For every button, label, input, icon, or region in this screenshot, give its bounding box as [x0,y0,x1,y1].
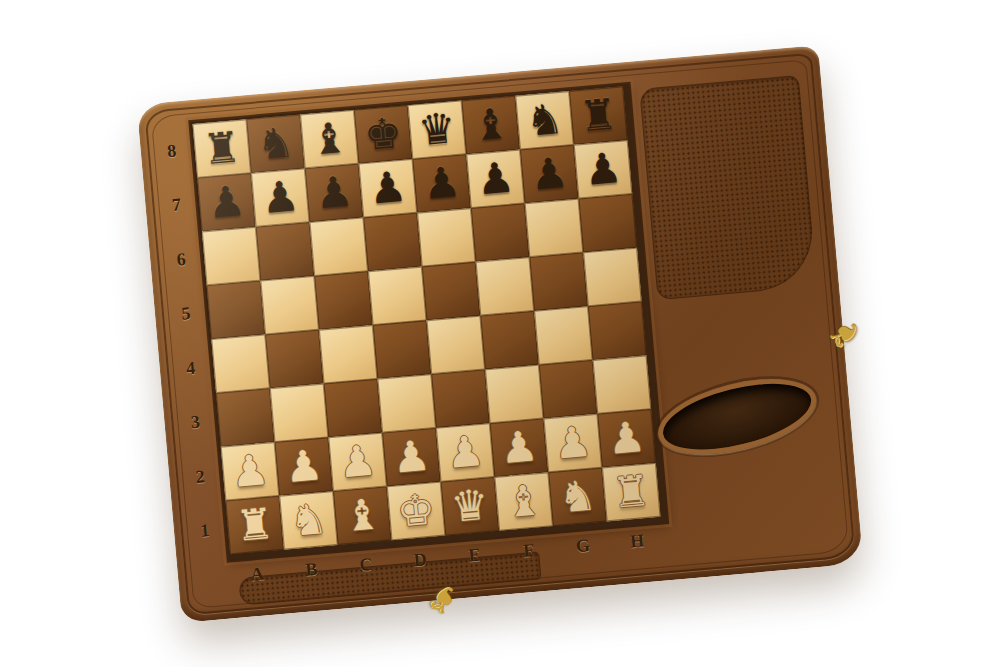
piece-black-pawn[interactable]: ♟ [205,173,247,230]
piece-black-rook[interactable]: ♜ [577,87,619,144]
file-label-g: G [555,529,612,562]
square-g4[interactable] [534,306,593,365]
file-label-a: A [229,557,286,590]
piece-black-king[interactable]: ♚ [362,105,404,162]
piece-white-rook[interactable]: ♜ [234,496,276,553]
square-g2[interactable]: ♟ [544,413,603,472]
brass-scroll-ornament-bottom-icon: ❧ [418,574,470,625]
rank-label-4: 4 [173,339,208,396]
square-a6[interactable] [202,226,261,285]
square-h4[interactable] [588,301,647,360]
square-e4[interactable] [427,315,486,374]
square-d8[interactable]: ♚ [354,105,413,164]
square-h5[interactable] [583,247,642,306]
piece-black-pawn[interactable]: ♟ [474,150,516,207]
square-c1[interactable]: ♝ [333,486,392,545]
piece-white-knight[interactable]: ♞ [287,491,329,548]
square-h2[interactable]: ♟ [597,409,656,468]
square-c3[interactable] [324,378,383,437]
square-b3[interactable] [270,383,329,442]
square-f6[interactable] [471,203,530,262]
square-c2[interactable]: ♟ [328,432,387,491]
square-c4[interactable] [319,325,378,384]
square-g7[interactable]: ♟ [520,144,579,203]
square-h7[interactable]: ♟ [574,140,633,199]
square-d4[interactable] [373,320,432,379]
square-d6[interactable] [363,212,422,271]
stipple-texture-right-border [639,74,817,299]
square-f5[interactable] [476,257,535,316]
carry-handle-cutout [651,365,824,468]
piece-white-queen[interactable]: ♛ [449,477,491,534]
square-b5[interactable] [260,275,319,334]
square-f4[interactable] [480,310,539,369]
square-a7[interactable]: ♟ [197,173,256,232]
rank-label-7: 7 [159,176,194,233]
piece-black-pawn[interactable]: ♟ [421,154,463,211]
white-background: 87654321 ♜♞♝♚♛♝♞♜♟♟♟♟♟♟♟♟♟♟♟♟♟♟♟♟♜♞♝♚♛♝♞… [0,0,1000,667]
square-g1[interactable]: ♞ [548,467,607,526]
rank-label-8: 8 [154,122,189,179]
rank-label-5: 5 [169,285,204,342]
square-b1[interactable]: ♞ [279,491,338,550]
piece-black-bishop[interactable]: ♝ [308,110,350,167]
square-d2[interactable]: ♟ [382,427,441,486]
piece-white-pawn[interactable]: ♟ [283,438,325,495]
piece-white-knight[interactable]: ♞ [556,468,598,525]
square-d5[interactable] [368,266,427,325]
piece-black-knight[interactable]: ♞ [523,91,565,148]
piece-black-knight[interactable]: ♞ [254,115,296,172]
square-g3[interactable] [539,360,598,419]
file-label-c: C [337,548,394,581]
piece-white-pawn[interactable]: ♟ [229,442,271,499]
square-b8[interactable]: ♞ [246,114,305,173]
piece-white-pawn[interactable]: ♟ [552,414,594,471]
piece-white-pawn[interactable]: ♟ [390,428,432,485]
piece-white-king[interactable]: ♚ [395,482,437,539]
square-c8[interactable]: ♝ [300,109,359,168]
square-b4[interactable] [265,329,324,388]
piece-black-pawn[interactable]: ♟ [528,145,570,202]
square-f3[interactable] [485,364,544,423]
square-g5[interactable] [529,252,588,311]
square-b6[interactable] [256,222,315,281]
square-c6[interactable] [310,217,369,276]
square-e3[interactable] [431,369,490,428]
square-c7[interactable]: ♟ [305,163,364,222]
square-g8[interactable]: ♞ [515,91,574,150]
file-label-e: E [446,538,503,571]
square-f7[interactable]: ♟ [466,149,525,208]
piece-black-pawn[interactable]: ♟ [582,140,624,197]
rank-label-6: 6 [164,231,199,288]
piece-black-queen[interactable]: ♛ [416,101,458,158]
square-b7[interactable]: ♟ [251,168,310,227]
piece-white-bishop[interactable]: ♝ [341,487,383,544]
piece-white-pawn[interactable]: ♟ [498,419,540,476]
piece-white-bishop[interactable]: ♝ [503,473,545,530]
square-a4[interactable] [211,334,270,393]
square-h1[interactable]: ♜ [602,462,661,521]
square-f1[interactable]: ♝ [494,472,553,531]
board-grid: ♜♞♝♚♛♝♞♜♟♟♟♟♟♟♟♟♟♟♟♟♟♟♟♟♜♞♝♚♛♝♞♜ [193,85,665,553]
square-a1[interactable]: ♜ [225,495,284,554]
piece-white-rook[interactable]: ♜ [610,463,652,520]
file-label-b: B [283,552,340,585]
file-label-d: D [392,543,449,576]
file-label-h: H [609,524,666,557]
square-h3[interactable] [593,355,652,414]
square-d3[interactable] [377,374,436,433]
square-a8[interactable]: ♜ [193,119,252,178]
square-e2[interactable]: ♟ [436,423,495,482]
square-d1[interactable]: ♚ [387,481,446,540]
piece-white-pawn[interactable]: ♟ [605,409,647,466]
board-frame: ♜♞♝♚♛♝♞♜♟♟♟♟♟♟♟♟♟♟♟♟♟♟♟♟♜♞♝♚♛♝♞♜ [190,83,667,560]
square-a2[interactable]: ♟ [221,442,280,501]
square-f8[interactable]: ♝ [461,95,520,154]
piece-black-bishop[interactable]: ♝ [470,96,512,153]
rank-label-1: 1 [188,502,223,559]
square-e6[interactable] [417,208,476,267]
square-h6[interactable] [579,193,638,252]
piece-black-pawn[interactable]: ♟ [313,164,355,221]
square-c5[interactable] [314,271,373,330]
piece-white-pawn[interactable]: ♟ [444,423,486,480]
square-d7[interactable]: ♟ [359,158,418,217]
square-e5[interactable] [422,261,481,320]
piece-black-rook[interactable]: ♜ [201,120,243,177]
rank-label-2: 2 [183,448,218,505]
square-g6[interactable] [525,198,584,257]
square-e1[interactable]: ♛ [441,477,500,536]
square-h8[interactable]: ♜ [569,86,628,145]
chess-board-case: 87654321 ♜♞♝♚♛♝♞♜♟♟♟♟♟♟♟♟♟♟♟♟♟♟♟♟♜♞♝♚♛♝♞… [137,45,864,623]
piece-black-pawn[interactable]: ♟ [259,169,301,226]
square-b2[interactable]: ♟ [275,437,334,496]
piece-white-pawn[interactable]: ♟ [336,433,378,490]
square-a3[interactable] [216,388,275,447]
brass-scroll-ornament-right-icon: ❧ [819,308,871,360]
square-e7[interactable]: ♟ [412,154,471,213]
square-a5[interactable] [207,280,266,339]
rank-label-3: 3 [178,394,213,451]
square-f2[interactable]: ♟ [490,418,549,477]
piece-black-pawn[interactable]: ♟ [367,159,409,216]
file-label-f: F [500,533,557,566]
square-e8[interactable]: ♛ [408,100,467,159]
